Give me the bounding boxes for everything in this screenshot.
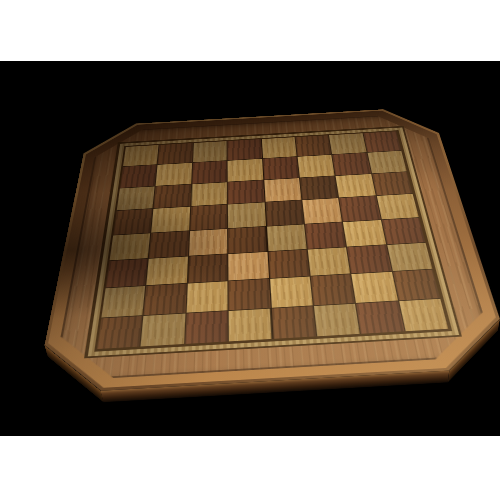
square-g4 — [343, 220, 386, 247]
square-h5 — [376, 194, 418, 219]
square-e8 — [261, 137, 296, 158]
square-a7 — [120, 165, 157, 188]
checkerboard-field — [97, 131, 448, 349]
board-top-surface — [34, 106, 500, 394]
product-photo — [0, 61, 500, 436]
square-d7 — [228, 159, 263, 182]
square-h8 — [363, 131, 401, 152]
square-a1 — [97, 316, 143, 349]
square-e5 — [265, 200, 304, 225]
square-b2 — [144, 284, 187, 315]
square-d3 — [228, 252, 268, 281]
square-h2 — [393, 270, 440, 300]
square-g3 — [347, 245, 391, 274]
square-h1 — [399, 299, 448, 332]
square-a2 — [101, 286, 145, 317]
square-g1 — [356, 301, 404, 334]
square-f8 — [295, 135, 331, 156]
square-f5 — [302, 198, 342, 223]
square-h6 — [372, 172, 413, 196]
square-b5 — [152, 207, 190, 233]
square-b4 — [149, 231, 189, 258]
square-d6 — [228, 180, 264, 204]
square-c5 — [190, 205, 227, 230]
square-a4 — [110, 233, 151, 260]
camera-tilt — [0, 61, 500, 436]
square-f4 — [305, 222, 346, 249]
square-d1 — [229, 308, 272, 341]
chessboard — [34, 106, 500, 394]
square-f6 — [300, 176, 338, 200]
square-g2 — [352, 272, 398, 303]
square-c4 — [189, 229, 228, 256]
square-h3 — [387, 243, 432, 272]
square-d8 — [228, 139, 262, 160]
square-e3 — [268, 250, 309, 279]
square-e4 — [267, 224, 307, 251]
square-g7 — [332, 153, 370, 175]
square-h4 — [382, 218, 426, 245]
square-e7 — [263, 157, 299, 179]
square-c1 — [185, 311, 228, 344]
square-c2 — [186, 281, 227, 312]
square-c6 — [191, 182, 227, 206]
square-b6 — [154, 184, 191, 208]
square-f2 — [311, 274, 355, 305]
square-a8 — [123, 145, 159, 166]
square-e6 — [264, 178, 301, 202]
square-g5 — [339, 196, 380, 221]
square-a5 — [113, 209, 153, 235]
square-a3 — [106, 259, 148, 288]
square-f7 — [297, 155, 334, 177]
square-b7 — [156, 163, 192, 186]
square-a6 — [117, 186, 155, 210]
square-b1 — [141, 313, 185, 346]
square-g8 — [329, 133, 366, 154]
square-f1 — [314, 303, 360, 336]
square-d4 — [228, 226, 267, 253]
square-d2 — [229, 279, 271, 310]
square-b8 — [158, 143, 193, 164]
square-d5 — [228, 202, 265, 227]
square-c8 — [193, 141, 227, 162]
square-h7 — [367, 151, 406, 173]
square-e2 — [270, 277, 313, 308]
square-e1 — [271, 306, 316, 339]
square-f3 — [308, 247, 351, 276]
square-c7 — [192, 161, 227, 184]
square-c3 — [188, 254, 228, 283]
square-b3 — [147, 256, 188, 285]
square-g6 — [336, 174, 376, 198]
